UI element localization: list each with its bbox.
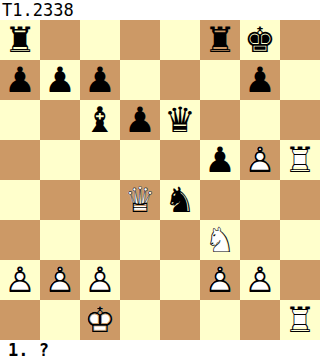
square-c5[interactable] bbox=[80, 140, 120, 180]
square-c4[interactable] bbox=[80, 180, 120, 220]
square-a6[interactable] bbox=[0, 100, 40, 140]
square-c6[interactable]: ♝ bbox=[80, 100, 120, 140]
square-h4[interactable] bbox=[280, 180, 320, 220]
square-h6[interactable] bbox=[280, 100, 320, 140]
square-a3[interactable] bbox=[0, 220, 40, 260]
chess-puzzle-window: T1.2338 ♜♜♚♟♟♟♟♝♟♛♟♟♙♜♖♛♕♞♞♘♟♙♟♙♟♙♟♙♟♙♚♔… bbox=[0, 0, 320, 360]
square-d5[interactable] bbox=[120, 140, 160, 180]
square-d2[interactable] bbox=[120, 260, 160, 300]
square-h8[interactable] bbox=[280, 20, 320, 60]
square-f5[interactable]: ♟ bbox=[200, 140, 240, 180]
square-d8[interactable] bbox=[120, 20, 160, 60]
square-g1[interactable] bbox=[240, 300, 280, 340]
square-c1[interactable]: ♚♔ bbox=[80, 300, 120, 340]
square-f6[interactable] bbox=[200, 100, 240, 140]
square-d6[interactable]: ♟ bbox=[120, 100, 160, 140]
piece-white-pawn: ♟♙ bbox=[240, 260, 280, 300]
square-b4[interactable] bbox=[40, 180, 80, 220]
square-h2[interactable] bbox=[280, 260, 320, 300]
piece-black-king: ♚ bbox=[240, 20, 280, 60]
square-a4[interactable] bbox=[0, 180, 40, 220]
piece-white-pawn: ♟♙ bbox=[80, 260, 120, 300]
square-b3[interactable] bbox=[40, 220, 80, 260]
square-h7[interactable] bbox=[280, 60, 320, 100]
square-e4[interactable]: ♞ bbox=[160, 180, 200, 220]
square-b6[interactable] bbox=[40, 100, 80, 140]
square-d4[interactable]: ♛♕ bbox=[120, 180, 160, 220]
square-f3[interactable]: ♞♘ bbox=[200, 220, 240, 260]
move-prompt: 1. ? bbox=[0, 340, 320, 360]
square-f2[interactable]: ♟♙ bbox=[200, 260, 240, 300]
square-f4[interactable] bbox=[200, 180, 240, 220]
piece-white-rook: ♜♖ bbox=[280, 140, 320, 180]
square-a7[interactable]: ♟ bbox=[0, 60, 40, 100]
square-d7[interactable] bbox=[120, 60, 160, 100]
square-d3[interactable] bbox=[120, 220, 160, 260]
square-e1[interactable] bbox=[160, 300, 200, 340]
square-g7[interactable]: ♟ bbox=[240, 60, 280, 100]
piece-black-bishop: ♝ bbox=[80, 100, 120, 140]
square-e6[interactable]: ♛ bbox=[160, 100, 200, 140]
square-d1[interactable] bbox=[120, 300, 160, 340]
square-c2[interactable]: ♟♙ bbox=[80, 260, 120, 300]
square-g4[interactable] bbox=[240, 180, 280, 220]
square-e8[interactable] bbox=[160, 20, 200, 60]
square-e5[interactable] bbox=[160, 140, 200, 180]
piece-black-queen: ♛ bbox=[160, 100, 200, 140]
piece-white-queen: ♛♕ bbox=[120, 180, 160, 220]
square-b8[interactable] bbox=[40, 20, 80, 60]
square-e3[interactable] bbox=[160, 220, 200, 260]
square-h5[interactable]: ♜♖ bbox=[280, 140, 320, 180]
square-e7[interactable] bbox=[160, 60, 200, 100]
piece-white-rook: ♜♖ bbox=[280, 300, 320, 340]
square-b2[interactable]: ♟♙ bbox=[40, 260, 80, 300]
chess-board: ♜♜♚♟♟♟♟♝♟♛♟♟♙♜♖♛♕♞♞♘♟♙♟♙♟♙♟♙♟♙♚♔♜♖ bbox=[0, 20, 320, 340]
piece-white-pawn: ♟♙ bbox=[240, 140, 280, 180]
piece-white-king: ♚♔ bbox=[80, 300, 120, 340]
piece-white-pawn: ♟♙ bbox=[0, 260, 40, 300]
piece-white-pawn: ♟♙ bbox=[40, 260, 80, 300]
square-c7[interactable]: ♟ bbox=[80, 60, 120, 100]
piece-white-pawn: ♟♙ bbox=[200, 260, 240, 300]
square-a5[interactable] bbox=[0, 140, 40, 180]
piece-black-pawn: ♟ bbox=[200, 140, 240, 180]
piece-black-pawn: ♟ bbox=[0, 60, 40, 100]
square-f8[interactable]: ♜ bbox=[200, 20, 240, 60]
square-a2[interactable]: ♟♙ bbox=[0, 260, 40, 300]
piece-black-pawn: ♟ bbox=[80, 60, 120, 100]
square-c8[interactable] bbox=[80, 20, 120, 60]
puzzle-id: T1.2338 bbox=[0, 0, 320, 20]
piece-white-knight: ♞♘ bbox=[200, 220, 240, 260]
square-g6[interactable] bbox=[240, 100, 280, 140]
piece-black-pawn: ♟ bbox=[120, 100, 160, 140]
square-a8[interactable]: ♜ bbox=[0, 20, 40, 60]
square-h3[interactable] bbox=[280, 220, 320, 260]
piece-black-rook: ♜ bbox=[200, 20, 240, 60]
square-a1[interactable] bbox=[0, 300, 40, 340]
square-e2[interactable] bbox=[160, 260, 200, 300]
square-c3[interactable] bbox=[80, 220, 120, 260]
square-h1[interactable]: ♜♖ bbox=[280, 300, 320, 340]
square-b7[interactable]: ♟ bbox=[40, 60, 80, 100]
square-g5[interactable]: ♟♙ bbox=[240, 140, 280, 180]
piece-black-knight: ♞ bbox=[160, 180, 200, 220]
square-b1[interactable] bbox=[40, 300, 80, 340]
square-f1[interactable] bbox=[200, 300, 240, 340]
square-b5[interactable] bbox=[40, 140, 80, 180]
piece-black-rook: ♜ bbox=[0, 20, 40, 60]
square-g8[interactable]: ♚ bbox=[240, 20, 280, 60]
square-f7[interactable] bbox=[200, 60, 240, 100]
square-g2[interactable]: ♟♙ bbox=[240, 260, 280, 300]
piece-black-pawn: ♟ bbox=[240, 60, 280, 100]
piece-black-pawn: ♟ bbox=[40, 60, 80, 100]
square-g3[interactable] bbox=[240, 220, 280, 260]
